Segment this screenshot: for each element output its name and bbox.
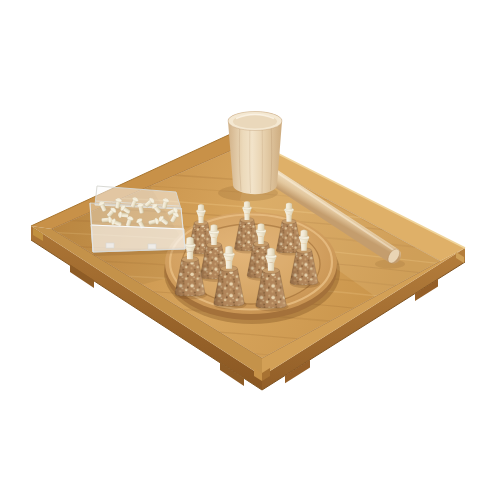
box-latch <box>106 243 114 248</box>
product-photo-hammer-peg-game <box>0 0 500 500</box>
mallet-head <box>228 111 282 194</box>
storage-box <box>90 186 188 256</box>
box-front-face <box>91 225 185 252</box>
box-latch <box>148 244 156 249</box>
